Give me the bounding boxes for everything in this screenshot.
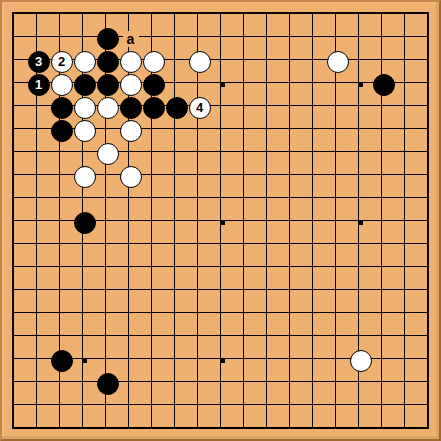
black-stone-C14 bbox=[51, 120, 73, 142]
board-label-a: a bbox=[123, 31, 139, 47]
white-stone-E13 bbox=[97, 143, 119, 165]
white-stone-P17 bbox=[327, 51, 349, 73]
white-stone-F12 bbox=[120, 166, 142, 188]
white-stone-D15 bbox=[74, 97, 96, 119]
white-stone-D12 bbox=[74, 166, 96, 188]
star-point bbox=[82, 358, 87, 363]
white-stone-F17 bbox=[120, 51, 142, 73]
black-stone-B16: 1 bbox=[28, 74, 50, 96]
white-stone-E15 bbox=[97, 97, 119, 119]
white-stone-C17: 2 bbox=[51, 51, 73, 73]
black-stone-E18 bbox=[97, 28, 119, 50]
black-stone-C4 bbox=[51, 350, 73, 372]
black-stone-G16 bbox=[143, 74, 165, 96]
white-stone-D14 bbox=[74, 120, 96, 142]
black-stone-B17: 3 bbox=[28, 51, 50, 73]
black-stone-E17 bbox=[97, 51, 119, 73]
black-stone-D10 bbox=[74, 212, 96, 234]
white-stone-C16 bbox=[51, 74, 73, 96]
white-stone-J15: 4 bbox=[189, 97, 211, 119]
black-stone-D16 bbox=[74, 74, 96, 96]
white-stone-Q4 bbox=[350, 350, 372, 372]
white-stone-G17 bbox=[143, 51, 165, 73]
black-stone-G15 bbox=[143, 97, 165, 119]
star-point bbox=[220, 358, 225, 363]
star-point bbox=[358, 220, 363, 225]
white-stone-F14 bbox=[120, 120, 142, 142]
white-stone-F16 bbox=[120, 74, 142, 96]
white-stone-J17 bbox=[189, 51, 211, 73]
black-stone-E16 bbox=[97, 74, 119, 96]
black-stone-E3 bbox=[97, 373, 119, 395]
go-board: 3214 a bbox=[0, 0, 441, 441]
star-point bbox=[220, 220, 225, 225]
star-point bbox=[220, 82, 225, 87]
white-stone-D17 bbox=[74, 51, 96, 73]
black-stone-H15 bbox=[166, 97, 188, 119]
black-stone-C15 bbox=[51, 97, 73, 119]
black-stone-F15 bbox=[120, 97, 142, 119]
black-stone-R16 bbox=[373, 74, 395, 96]
star-point bbox=[358, 82, 363, 87]
